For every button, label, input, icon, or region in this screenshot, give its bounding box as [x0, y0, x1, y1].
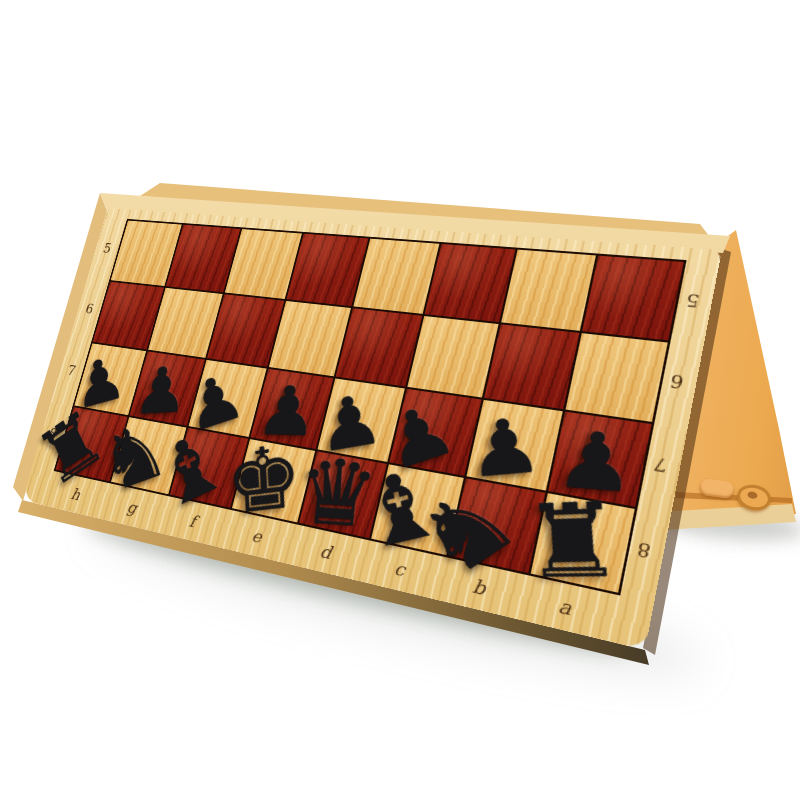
square-c5 — [425, 244, 515, 322]
latch-ring — [735, 482, 773, 514]
square-a6 — [566, 333, 668, 422]
square-b6 — [484, 324, 580, 409]
square-a8: ♜ — [531, 493, 635, 593]
case-right-shadow — [655, 504, 800, 545]
product-photo-scene: 5678 5678 hgfedcba ♟♟♟♟♟♟♟♟♜♞♝♚♛♝♞♜ — [0, 0, 800, 800]
black-king: ♚ — [224, 432, 304, 528]
black-rook: ♜ — [520, 488, 626, 592]
square-c6 — [407, 315, 498, 397]
board-plane: 5678 5678 hgfedcba ♟♟♟♟♟♟♟♟♜♞♝♚♛♝♞♜ — [22, 208, 722, 650]
square-a5 — [583, 256, 684, 340]
square-b5 — [501, 250, 596, 331]
latch-bar — [699, 478, 735, 500]
